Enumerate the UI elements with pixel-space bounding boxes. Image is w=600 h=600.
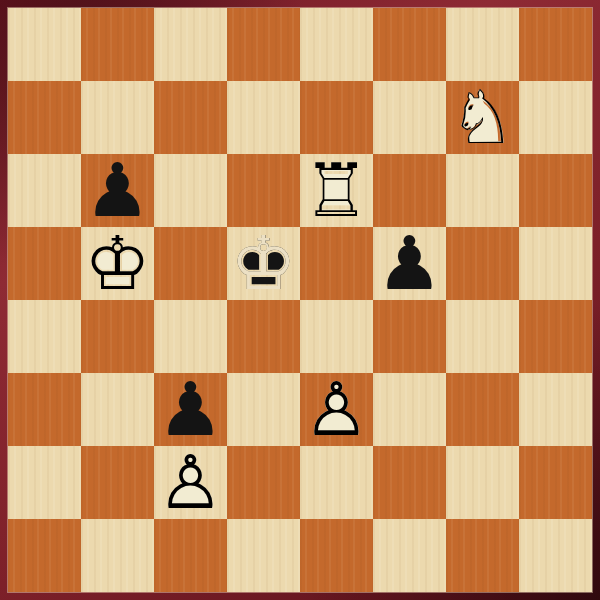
square-a7[interactable] [8, 81, 81, 154]
square-b5[interactable]: ♚♔ [81, 227, 154, 300]
square-c4[interactable] [154, 300, 227, 373]
square-h1[interactable] [519, 519, 592, 592]
square-h3[interactable] [519, 373, 592, 446]
square-d5[interactable]: ♚♔ [227, 227, 300, 300]
square-b4[interactable] [81, 300, 154, 373]
square-g2[interactable] [446, 446, 519, 519]
square-c3[interactable]: ♟ [154, 373, 227, 446]
square-d7[interactable] [227, 81, 300, 154]
square-h7[interactable] [519, 81, 592, 154]
black-pawn[interactable]: ♟ [373, 227, 446, 300]
square-e5[interactable] [300, 227, 373, 300]
square-a2[interactable] [8, 446, 81, 519]
piece-outline-glyph: ♙ [300, 373, 373, 446]
square-h5[interactable] [519, 227, 592, 300]
square-a8[interactable] [8, 8, 81, 81]
chess-board: ♞♘♟♜♖♚♔♚♔♟♟♟♙♟♙ [8, 8, 592, 592]
square-e6[interactable]: ♜♖ [300, 154, 373, 227]
square-f4[interactable] [373, 300, 446, 373]
square-f8[interactable] [373, 8, 446, 81]
square-e1[interactable] [300, 519, 373, 592]
square-b7[interactable] [81, 81, 154, 154]
square-g3[interactable] [446, 373, 519, 446]
square-c2[interactable]: ♟♙ [154, 446, 227, 519]
square-e4[interactable] [300, 300, 373, 373]
piece-outline-glyph: ♔ [81, 227, 154, 300]
black-king[interactable]: ♚♔ [227, 227, 300, 300]
square-f5[interactable]: ♟ [373, 227, 446, 300]
square-d6[interactable] [227, 154, 300, 227]
square-g4[interactable] [446, 300, 519, 373]
piece-fill-glyph: ♟ [154, 373, 227, 446]
white-knight[interactable]: ♞♘ [446, 81, 519, 154]
square-b6[interactable]: ♟ [81, 154, 154, 227]
square-h8[interactable] [519, 8, 592, 81]
square-b2[interactable] [81, 446, 154, 519]
square-d3[interactable] [227, 373, 300, 446]
square-b1[interactable] [81, 519, 154, 592]
square-g6[interactable] [446, 154, 519, 227]
white-king[interactable]: ♚♔ [81, 227, 154, 300]
square-g8[interactable] [446, 8, 519, 81]
square-g7[interactable]: ♞♘ [446, 81, 519, 154]
piece-outline-glyph: ♙ [154, 446, 227, 519]
square-h6[interactable] [519, 154, 592, 227]
black-pawn[interactable]: ♟ [154, 373, 227, 446]
square-a3[interactable] [8, 373, 81, 446]
square-h2[interactable] [519, 446, 592, 519]
square-c1[interactable] [154, 519, 227, 592]
square-c6[interactable] [154, 154, 227, 227]
black-pawn[interactable]: ♟ [81, 154, 154, 227]
square-e3[interactable]: ♟♙ [300, 373, 373, 446]
square-f6[interactable] [373, 154, 446, 227]
square-c5[interactable] [154, 227, 227, 300]
piece-fill-glyph: ♟ [81, 154, 154, 227]
piece-outline-glyph: ♘ [446, 81, 519, 154]
square-d2[interactable] [227, 446, 300, 519]
square-e7[interactable] [300, 81, 373, 154]
square-g5[interactable] [446, 227, 519, 300]
square-c7[interactable] [154, 81, 227, 154]
square-f3[interactable] [373, 373, 446, 446]
square-e8[interactable] [300, 8, 373, 81]
square-f1[interactable] [373, 519, 446, 592]
square-c8[interactable] [154, 8, 227, 81]
square-e2[interactable] [300, 446, 373, 519]
square-b3[interactable] [81, 373, 154, 446]
square-a6[interactable] [8, 154, 81, 227]
piece-fill-glyph: ♟ [373, 227, 446, 300]
square-b8[interactable] [81, 8, 154, 81]
square-f2[interactable] [373, 446, 446, 519]
white-pawn[interactable]: ♟♙ [154, 446, 227, 519]
square-a1[interactable] [8, 519, 81, 592]
square-a4[interactable] [8, 300, 81, 373]
square-a5[interactable] [8, 227, 81, 300]
square-d1[interactable] [227, 519, 300, 592]
board-frame: ♞♘♟♜♖♚♔♚♔♟♟♟♙♟♙ [0, 0, 600, 600]
square-d4[interactable] [227, 300, 300, 373]
white-rook[interactable]: ♜♖ [300, 154, 373, 227]
square-h4[interactable] [519, 300, 592, 373]
square-g1[interactable] [446, 519, 519, 592]
white-pawn[interactable]: ♟♙ [300, 373, 373, 446]
piece-outline-glyph: ♔ [227, 227, 300, 300]
square-d8[interactable] [227, 8, 300, 81]
piece-outline-glyph: ♖ [300, 154, 373, 227]
square-f7[interactable] [373, 81, 446, 154]
